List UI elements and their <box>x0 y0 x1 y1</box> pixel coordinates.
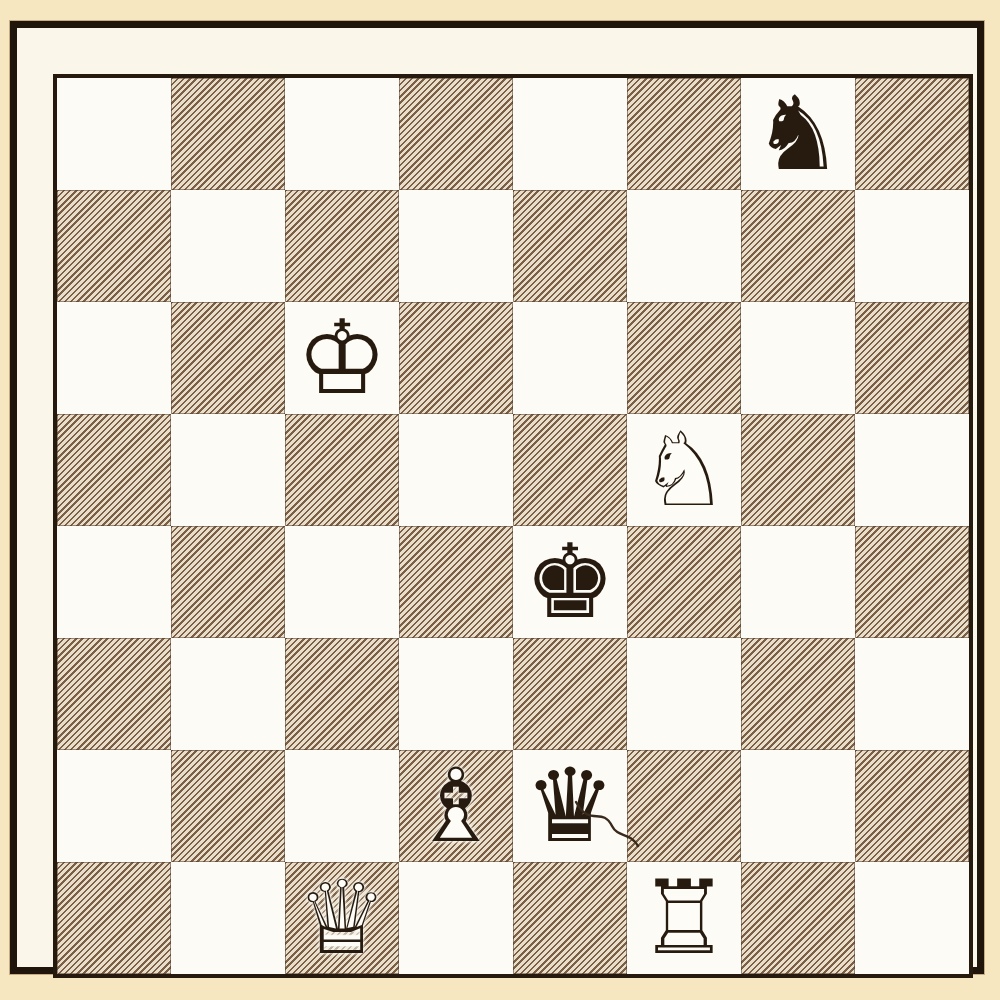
square-g2[interactable] <box>741 750 855 862</box>
bishop-icon: ♗ <box>399 750 513 862</box>
square-c4[interactable] <box>285 526 399 638</box>
square-h6[interactable] <box>855 302 969 414</box>
square-f6[interactable] <box>627 302 741 414</box>
square-c1[interactable]: ♛♕ <box>285 862 399 974</box>
square-d1[interactable] <box>399 862 513 974</box>
square-d7[interactable] <box>399 190 513 302</box>
square-b2[interactable] <box>171 750 285 862</box>
square-d3[interactable] <box>399 638 513 750</box>
square-c2[interactable] <box>285 750 399 862</box>
square-e3[interactable] <box>513 638 627 750</box>
square-e5[interactable] <box>513 414 627 526</box>
square-a6[interactable] <box>57 302 171 414</box>
square-f8[interactable] <box>627 78 741 190</box>
square-f2[interactable] <box>627 750 741 862</box>
square-b4[interactable] <box>171 526 285 638</box>
outer-frame: ♞♚♔♞♘♚♝♗♛♛♕♜♖ <box>10 21 984 974</box>
square-d4[interactable] <box>399 526 513 638</box>
white-king[interactable]: ♚♔ <box>285 302 399 414</box>
square-a2[interactable] <box>57 750 171 862</box>
square-e4[interactable]: ♚ <box>513 526 627 638</box>
square-f3[interactable] <box>627 638 741 750</box>
square-a7[interactable] <box>57 190 171 302</box>
square-b7[interactable] <box>171 190 285 302</box>
square-e8[interactable] <box>513 78 627 190</box>
square-e1[interactable] <box>513 862 627 974</box>
page: { "game": "chess", "diagram_style": "ant… <box>0 0 1000 1000</box>
square-a3[interactable] <box>57 638 171 750</box>
square-d5[interactable] <box>399 414 513 526</box>
white-knight[interactable]: ♞♘ <box>627 414 741 526</box>
square-h8[interactable] <box>855 78 969 190</box>
square-g4[interactable] <box>741 526 855 638</box>
square-c6[interactable]: ♚♔ <box>285 302 399 414</box>
square-a1[interactable] <box>57 862 171 974</box>
square-b6[interactable] <box>171 302 285 414</box>
square-a8[interactable] <box>57 78 171 190</box>
square-a5[interactable] <box>57 414 171 526</box>
square-g7[interactable] <box>741 190 855 302</box>
square-a4[interactable] <box>57 526 171 638</box>
square-g6[interactable] <box>741 302 855 414</box>
square-d2[interactable]: ♝♗ <box>399 750 513 862</box>
king-icon: ♔ <box>285 302 399 414</box>
square-f4[interactable] <box>627 526 741 638</box>
square-e7[interactable] <box>513 190 627 302</box>
square-c5[interactable] <box>285 414 399 526</box>
square-b8[interactable] <box>171 78 285 190</box>
black-knight[interactable]: ♞ <box>741 78 855 190</box>
square-g1[interactable] <box>741 862 855 974</box>
knight-icon: ♘ <box>627 414 741 526</box>
square-f5[interactable]: ♞♘ <box>627 414 741 526</box>
square-g5[interactable] <box>741 414 855 526</box>
chess-board: ♞♚♔♞♘♚♝♗♛♛♕♜♖ <box>57 78 969 974</box>
square-d8[interactable] <box>399 78 513 190</box>
square-c7[interactable] <box>285 190 399 302</box>
square-e6[interactable] <box>513 302 627 414</box>
white-rook[interactable]: ♜♖ <box>627 862 741 974</box>
square-h4[interactable] <box>855 526 969 638</box>
square-b5[interactable] <box>171 414 285 526</box>
square-b3[interactable] <box>171 638 285 750</box>
square-h2[interactable] <box>855 750 969 862</box>
square-h1[interactable] <box>855 862 969 974</box>
black-king[interactable]: ♚ <box>513 526 627 638</box>
square-h3[interactable] <box>855 638 969 750</box>
square-c8[interactable] <box>285 78 399 190</box>
king-icon: ♚ <box>513 526 627 638</box>
queen-icon: ♕ <box>285 862 399 974</box>
ink-flourish-mark <box>572 798 642 853</box>
square-b1[interactable] <box>171 862 285 974</box>
square-c3[interactable] <box>285 638 399 750</box>
square-g8[interactable]: ♞ <box>741 78 855 190</box>
square-f7[interactable] <box>627 190 741 302</box>
square-f1[interactable]: ♜♖ <box>627 862 741 974</box>
square-h7[interactable] <box>855 190 969 302</box>
knight-icon: ♞ <box>741 78 855 190</box>
board-frame: ♞♚♔♞♘♚♝♗♛♛♕♜♖ <box>53 74 973 978</box>
rook-icon: ♖ <box>627 862 741 974</box>
square-d6[interactable] <box>399 302 513 414</box>
white-bishop[interactable]: ♝♗ <box>399 750 513 862</box>
white-queen[interactable]: ♛♕ <box>285 862 399 974</box>
square-h5[interactable] <box>855 414 969 526</box>
square-g3[interactable] <box>741 638 855 750</box>
